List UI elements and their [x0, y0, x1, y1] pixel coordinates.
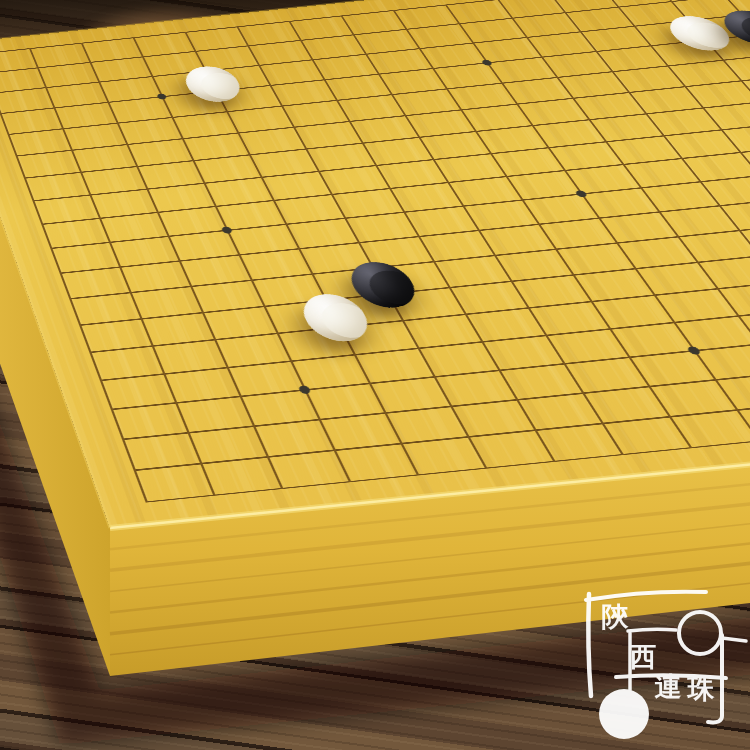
brand-logo: 陝西連珠: [558, 578, 748, 748]
logo-black-stone-disc-icon: [599, 689, 649, 739]
product-photo-scene: ●●●●● 陝西連珠: [0, 0, 750, 750]
logo-character: 連: [655, 671, 682, 702]
logo-character: 陝: [602, 601, 629, 632]
logo-white-stone-outline-icon: [679, 612, 721, 654]
logo-character: 西: [629, 641, 657, 672]
logo-character: 珠: [687, 673, 716, 704]
